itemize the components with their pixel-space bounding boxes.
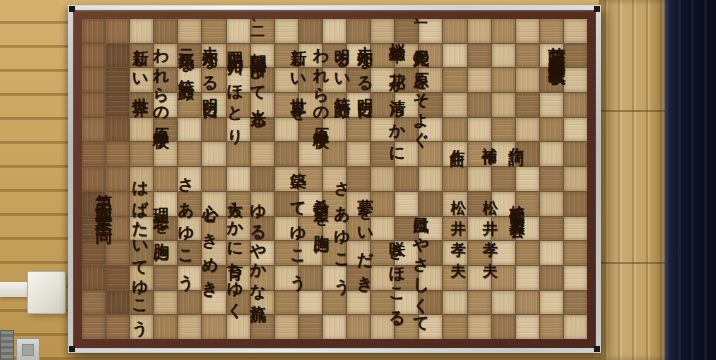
wood-tile	[130, 44, 153, 68]
wood-tile	[468, 93, 491, 117]
wood-tile	[275, 142, 298, 166]
wood-tile	[395, 315, 418, 339]
wood-tile	[178, 315, 201, 339]
wood-tile	[540, 291, 563, 315]
wood-tile	[251, 217, 274, 241]
wood-tile	[492, 241, 515, 265]
wood-tile	[202, 142, 225, 166]
wood-tile	[516, 315, 539, 339]
school-song-plaque	[68, 5, 601, 353]
wood-tile	[564, 167, 587, 191]
wood-tile	[468, 192, 491, 216]
pillar-joint	[599, 262, 668, 264]
wood-tile	[275, 315, 298, 339]
wood-tile	[419, 266, 442, 290]
wood-tile	[275, 266, 298, 290]
wood-tile	[347, 291, 370, 315]
wood-tile	[178, 266, 201, 290]
wood-tile	[178, 241, 201, 265]
wood-tile	[251, 44, 274, 68]
wood-tile	[540, 142, 563, 166]
wood-tile	[275, 241, 298, 265]
frame-corner-screw	[69, 346, 75, 352]
wood-tile	[395, 241, 418, 265]
wood-tile	[251, 192, 274, 216]
wood-tile	[516, 118, 539, 142]
wood-tile	[564, 217, 587, 241]
wood-tile	[275, 217, 298, 241]
wood-tile	[106, 19, 129, 43]
wood-tile	[323, 142, 346, 166]
wood-tile	[154, 241, 177, 265]
wood-tile	[516, 291, 539, 315]
wood-tile	[251, 167, 274, 191]
wood-tile	[275, 167, 298, 191]
wood-tile	[371, 315, 394, 339]
wood-tile	[227, 291, 250, 315]
wood-tile	[82, 192, 105, 216]
wood-tile	[540, 217, 563, 241]
wood-tile	[299, 118, 322, 142]
wood-tile	[540, 93, 563, 117]
wood-tile	[227, 68, 250, 92]
wood-tile	[371, 142, 394, 166]
wood-tile	[347, 142, 370, 166]
frame-top-highlight	[76, 6, 593, 9]
wood-tile	[371, 118, 394, 142]
wood-tile	[395, 167, 418, 191]
wood-tile	[468, 167, 491, 191]
wood-tile	[130, 192, 153, 216]
wood-tile	[82, 266, 105, 290]
wood-tile	[106, 266, 129, 290]
wood-tile	[82, 68, 105, 92]
frame-corner-screw	[69, 6, 75, 12]
wood-tile	[468, 68, 491, 92]
wood-tile	[202, 44, 225, 68]
wood-tile	[443, 241, 466, 265]
wood-tile	[347, 44, 370, 68]
wood-tile	[395, 217, 418, 241]
wood-tile	[202, 315, 225, 339]
wood-tile	[371, 192, 394, 216]
frame-bottom-highlight	[76, 349, 593, 352]
wood-tile	[492, 291, 515, 315]
wood-tile	[154, 167, 177, 191]
wood-tile	[492, 266, 515, 290]
wood-tile	[323, 19, 346, 43]
wood-tile	[540, 44, 563, 68]
wood-tile	[227, 315, 250, 339]
wood-tile	[323, 291, 346, 315]
wood-tile	[227, 266, 250, 290]
wood-tile	[178, 68, 201, 92]
wood-tile	[227, 44, 250, 68]
wood-tile	[443, 192, 466, 216]
wood-tile	[371, 19, 394, 43]
wood-tile	[443, 68, 466, 92]
wood-tile	[419, 192, 442, 216]
wood-tile	[202, 118, 225, 142]
wood-tile	[299, 142, 322, 166]
wooden-pillar	[599, 0, 668, 360]
wood-tile	[468, 19, 491, 43]
wood-tile	[395, 19, 418, 43]
wood-tile	[323, 192, 346, 216]
wood-tile	[130, 315, 153, 339]
wood-tile	[516, 192, 539, 216]
wood-tile	[419, 93, 442, 117]
wood-tile	[468, 118, 491, 142]
wood-tile	[106, 315, 129, 339]
wood-tile	[516, 19, 539, 43]
wood-tile	[106, 44, 129, 68]
wood-tile	[540, 19, 563, 43]
wood-tile	[202, 291, 225, 315]
wood-tile	[468, 142, 491, 166]
frame-corner-screw	[594, 346, 600, 352]
wood-tile	[202, 68, 225, 92]
wood-tile	[227, 19, 250, 43]
wood-tile	[443, 142, 466, 166]
wood-tile	[154, 118, 177, 142]
wood-tile	[371, 93, 394, 117]
wood-tile	[323, 68, 346, 92]
wood-tile	[130, 241, 153, 265]
wood-tile	[395, 44, 418, 68]
wood-tile	[540, 315, 563, 339]
wood-tile	[154, 19, 177, 43]
photo-scene: 荒川区立原中学校校歌作詞校歌制定委員会補作松井孝夫作曲松井孝夫一、尾久の原をそよ…	[0, 0, 716, 360]
wood-tile	[299, 217, 322, 241]
wood-tile	[251, 241, 274, 265]
wood-tile	[419, 167, 442, 191]
wood-tile	[130, 291, 153, 315]
wood-tile	[154, 44, 177, 68]
wood-tile	[492, 167, 515, 191]
wood-tile	[227, 93, 250, 117]
wood-tile	[395, 266, 418, 290]
wood-tile	[371, 241, 394, 265]
wood-tile	[516, 142, 539, 166]
wood-tile	[178, 142, 201, 166]
wood-tile	[227, 192, 250, 216]
wood-tile	[347, 241, 370, 265]
wood-tile	[492, 118, 515, 142]
wood-tile	[82, 19, 105, 43]
wood-tile	[516, 93, 539, 117]
wood-tile	[323, 93, 346, 117]
wood-tile	[323, 44, 346, 68]
wood-tile	[492, 93, 515, 117]
wood-tile	[227, 118, 250, 142]
wood-tile	[516, 241, 539, 265]
wood-tile	[251, 118, 274, 142]
wood-tile	[419, 44, 442, 68]
wood-tile	[106, 167, 129, 191]
wood-tile	[154, 266, 177, 290]
wood-tile	[323, 217, 346, 241]
wood-tile	[564, 118, 587, 142]
wood-tile	[371, 44, 394, 68]
wood-tile	[564, 192, 587, 216]
wood-tile	[299, 19, 322, 43]
wooden-frame	[73, 10, 596, 348]
wood-tile	[323, 266, 346, 290]
wood-tile	[419, 217, 442, 241]
wood-tile	[106, 291, 129, 315]
wood-tile	[468, 266, 491, 290]
wood-tile	[106, 241, 129, 265]
wood-tile	[202, 266, 225, 290]
wood-tile	[178, 44, 201, 68]
wood-tile	[468, 44, 491, 68]
wood-tile	[82, 291, 105, 315]
wood-tile	[443, 44, 466, 68]
wood-tile	[347, 192, 370, 216]
wood-tile	[516, 266, 539, 290]
wood-tile	[130, 142, 153, 166]
wood-tile	[492, 315, 515, 339]
wood-tile	[178, 167, 201, 191]
wood-tile	[154, 68, 177, 92]
wood-tile	[251, 315, 274, 339]
wood-tile	[178, 19, 201, 43]
wood-tile	[371, 68, 394, 92]
wood-tile	[130, 118, 153, 142]
wood-tile	[251, 291, 274, 315]
wood-tile	[130, 19, 153, 43]
wood-tile	[299, 241, 322, 265]
stage-curtain	[665, 0, 716, 360]
wood-tile	[419, 291, 442, 315]
wood-tile	[443, 315, 466, 339]
wood-tile	[323, 241, 346, 265]
wood-tile	[323, 315, 346, 339]
wood-tile	[275, 192, 298, 216]
wood-tile	[492, 217, 515, 241]
wood-tile	[275, 44, 298, 68]
wood-tile	[251, 19, 274, 43]
wood-tile	[202, 241, 225, 265]
wood-tile	[227, 142, 250, 166]
wood-tile	[395, 192, 418, 216]
wood-tile	[299, 93, 322, 117]
wood-tile	[395, 93, 418, 117]
wood-tile	[564, 315, 587, 339]
wood-tile	[299, 291, 322, 315]
wood-tile	[82, 93, 105, 117]
wood-tile	[275, 93, 298, 117]
wood-tile	[275, 291, 298, 315]
wood-tile	[443, 266, 466, 290]
wood-tile	[130, 68, 153, 92]
wood-tile	[419, 241, 442, 265]
wood-tile	[275, 68, 298, 92]
wood-tile	[443, 118, 466, 142]
wood-tile	[564, 68, 587, 92]
wood-tile	[106, 118, 129, 142]
wood-tile	[347, 315, 370, 339]
junction-box	[27, 271, 66, 314]
wood-tile	[371, 167, 394, 191]
wood-tile	[178, 192, 201, 216]
wood-tile	[130, 93, 153, 117]
wood-tile	[516, 167, 539, 191]
wood-tile	[540, 118, 563, 142]
wood-tile	[251, 142, 274, 166]
wood-tile	[395, 142, 418, 166]
wood-tile	[419, 315, 442, 339]
wood-tile	[82, 44, 105, 68]
wood-tile	[443, 93, 466, 117]
wood-tile	[82, 241, 105, 265]
wood-tile	[251, 93, 274, 117]
wood-tile	[202, 217, 225, 241]
wood-tile	[227, 167, 250, 191]
wood-tile	[251, 68, 274, 92]
wood-tile	[251, 266, 274, 290]
wood-tile	[202, 167, 225, 191]
wood-tile	[371, 217, 394, 241]
wood-tile	[492, 192, 515, 216]
wood-tile	[564, 291, 587, 315]
wood-tile	[154, 142, 177, 166]
wood-tile	[516, 217, 539, 241]
wood-tile	[468, 217, 491, 241]
wood-tile	[419, 118, 442, 142]
wood-tile	[443, 167, 466, 191]
wood-tile	[347, 217, 370, 241]
wood-tile	[443, 291, 466, 315]
wood-tile	[227, 217, 250, 241]
wood-tile	[443, 217, 466, 241]
wood-tile	[468, 315, 491, 339]
wood-tile	[323, 118, 346, 142]
wood-tile	[82, 217, 105, 241]
wood-tile	[516, 68, 539, 92]
wall-conduit	[0, 282, 30, 297]
wood-tile	[468, 291, 491, 315]
tile-field	[82, 19, 587, 339]
wood-tile	[564, 19, 587, 43]
wood-tile	[395, 118, 418, 142]
wood-tile	[106, 93, 129, 117]
wood-tile	[492, 142, 515, 166]
wood-tile	[516, 44, 539, 68]
wood-tile	[395, 68, 418, 92]
wood-tile	[540, 241, 563, 265]
wood-tile	[82, 142, 105, 166]
wood-tile	[540, 68, 563, 92]
wood-tile	[130, 217, 153, 241]
wood-tile	[492, 68, 515, 92]
wood-tile	[564, 266, 587, 290]
wood-tile	[395, 291, 418, 315]
wood-tile	[130, 266, 153, 290]
wood-tile	[299, 266, 322, 290]
switch-plate	[16, 338, 40, 360]
wood-tile	[323, 167, 346, 191]
wood-tile	[371, 291, 394, 315]
wood-tile	[564, 93, 587, 117]
wood-tile	[178, 118, 201, 142]
wood-tile	[468, 241, 491, 265]
wood-tile	[154, 93, 177, 117]
wood-tile	[106, 142, 129, 166]
wood-tile	[347, 266, 370, 290]
wood-tile	[299, 315, 322, 339]
wood-tile	[564, 142, 587, 166]
wood-tile	[130, 167, 153, 191]
wood-tile	[540, 192, 563, 216]
wood-tile	[419, 68, 442, 92]
wood-tile	[299, 192, 322, 216]
wood-tile	[540, 167, 563, 191]
wood-tile	[371, 266, 394, 290]
wood-tile	[492, 19, 515, 43]
wood-tile	[227, 241, 250, 265]
wood-tile	[154, 192, 177, 216]
wood-tile	[419, 142, 442, 166]
wood-tile	[347, 118, 370, 142]
wall-grille	[0, 330, 14, 360]
wood-tile	[419, 19, 442, 43]
wood-tile	[540, 266, 563, 290]
wood-tile	[299, 167, 322, 191]
wood-tile	[178, 291, 201, 315]
wood-tile	[564, 241, 587, 265]
wood-tile	[82, 118, 105, 142]
wood-tile	[178, 93, 201, 117]
wood-tile	[347, 19, 370, 43]
wood-tile	[106, 192, 129, 216]
wood-tile	[275, 118, 298, 142]
wood-tile	[154, 315, 177, 339]
wood-tile	[178, 217, 201, 241]
wood-tile	[106, 68, 129, 92]
wood-tile	[443, 19, 466, 43]
wood-tile	[106, 217, 129, 241]
wood-tile	[202, 192, 225, 216]
wood-tile	[202, 19, 225, 43]
wood-tile	[492, 44, 515, 68]
wood-tile	[347, 167, 370, 191]
wood-tile	[347, 93, 370, 117]
wood-tile	[154, 291, 177, 315]
wood-tile	[564, 44, 587, 68]
wood-tile	[347, 68, 370, 92]
wood-tile	[154, 217, 177, 241]
wood-tile	[82, 315, 105, 339]
switch-plate-inner	[22, 344, 34, 356]
wood-tile	[299, 44, 322, 68]
pillar-joint	[599, 110, 668, 112]
wood-tile	[299, 68, 322, 92]
wood-tile	[275, 19, 298, 43]
wood-tile	[202, 93, 225, 117]
frame-corner-screw	[594, 6, 600, 12]
wood-tile	[82, 167, 105, 191]
